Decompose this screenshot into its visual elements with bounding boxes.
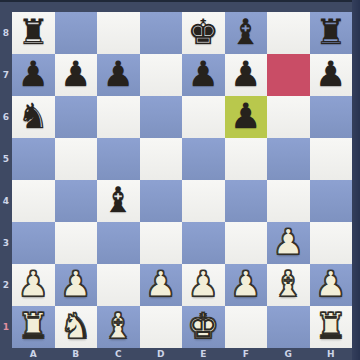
square-f1[interactable] <box>225 306 268 348</box>
square-a7[interactable]: ♟ <box>12 54 55 96</box>
square-h8[interactable]: ♜ <box>310 12 353 54</box>
piece-black-bishop[interactable]: ♝ <box>103 183 134 218</box>
file-label-e: E <box>182 348 225 360</box>
square-b2[interactable]: ♟ <box>55 264 98 306</box>
chess-board[interactable]: ♜♚♝♜♟♟♟♟♟♟♞♟♝♟♟♟♟♟♟♝♟♜♞♝♚♜ <box>12 12 352 348</box>
piece-white-rook[interactable]: ♜ <box>18 309 49 344</box>
rank-label-2: 2 <box>0 264 12 306</box>
square-e5[interactable] <box>182 138 225 180</box>
square-e8[interactable]: ♚ <box>182 12 225 54</box>
rank-label-4: 4 <box>0 180 12 222</box>
piece-white-king[interactable]: ♚ <box>188 309 219 344</box>
square-h4[interactable] <box>310 180 353 222</box>
square-a8[interactable]: ♜ <box>12 12 55 54</box>
square-c6[interactable] <box>97 96 140 138</box>
square-c2[interactable] <box>97 264 140 306</box>
square-g7[interactable] <box>267 54 310 96</box>
square-d2[interactable]: ♟ <box>140 264 183 306</box>
square-b7[interactable]: ♟ <box>55 54 98 96</box>
piece-white-knight[interactable]: ♞ <box>60 309 91 344</box>
square-d4[interactable] <box>140 180 183 222</box>
square-f3[interactable] <box>225 222 268 264</box>
piece-black-knight[interactable]: ♞ <box>18 99 49 134</box>
rank-label-7: 7 <box>0 54 12 96</box>
square-e2[interactable]: ♟ <box>182 264 225 306</box>
square-f6[interactable]: ♟ <box>225 96 268 138</box>
square-g4[interactable] <box>267 180 310 222</box>
piece-black-pawn[interactable]: ♟ <box>230 99 261 134</box>
frame-right-edge <box>352 0 360 360</box>
square-h6[interactable] <box>310 96 353 138</box>
square-g5[interactable] <box>267 138 310 180</box>
square-f8[interactable]: ♝ <box>225 12 268 54</box>
square-d1[interactable] <box>140 306 183 348</box>
square-b1[interactable]: ♞ <box>55 306 98 348</box>
piece-black-rook[interactable]: ♜ <box>315 15 346 50</box>
rank-labels: 87654321 <box>0 12 12 348</box>
square-h7[interactable]: ♟ <box>310 54 353 96</box>
square-b5[interactable] <box>55 138 98 180</box>
piece-white-pawn[interactable]: ♟ <box>18 267 49 302</box>
piece-black-king[interactable]: ♚ <box>188 15 219 50</box>
square-a6[interactable]: ♞ <box>12 96 55 138</box>
square-d5[interactable] <box>140 138 183 180</box>
square-c8[interactable] <box>97 12 140 54</box>
square-e4[interactable] <box>182 180 225 222</box>
piece-black-bishop[interactable]: ♝ <box>230 15 261 50</box>
square-h2[interactable]: ♟ <box>310 264 353 306</box>
rank-label-6: 6 <box>0 96 12 138</box>
piece-white-pawn[interactable]: ♟ <box>315 267 346 302</box>
piece-black-pawn[interactable]: ♟ <box>60 57 91 92</box>
square-f4[interactable] <box>225 180 268 222</box>
square-a5[interactable] <box>12 138 55 180</box>
square-e3[interactable] <box>182 222 225 264</box>
square-g6[interactable] <box>267 96 310 138</box>
rank-label-8: 8 <box>0 12 12 54</box>
square-b3[interactable] <box>55 222 98 264</box>
piece-white-bishop[interactable]: ♝ <box>273 267 304 302</box>
frame-top-edge <box>0 0 360 2</box>
piece-white-pawn[interactable]: ♟ <box>230 267 261 302</box>
square-g8[interactable] <box>267 12 310 54</box>
square-a1[interactable]: ♜ <box>12 306 55 348</box>
square-f5[interactable] <box>225 138 268 180</box>
square-g3[interactable]: ♟ <box>267 222 310 264</box>
piece-white-pawn[interactable]: ♟ <box>145 267 176 302</box>
file-labels: ABCDEFGH <box>12 348 352 360</box>
square-a4[interactable] <box>12 180 55 222</box>
square-c3[interactable] <box>97 222 140 264</box>
square-e1[interactable]: ♚ <box>182 306 225 348</box>
square-c7[interactable]: ♟ <box>97 54 140 96</box>
square-c1[interactable]: ♝ <box>97 306 140 348</box>
square-h1[interactable]: ♜ <box>310 306 353 348</box>
file-label-h: H <box>310 348 353 360</box>
piece-black-pawn[interactable]: ♟ <box>315 57 346 92</box>
piece-white-pawn[interactable]: ♟ <box>60 267 91 302</box>
piece-white-rook[interactable]: ♜ <box>315 309 346 344</box>
piece-white-pawn[interactable]: ♟ <box>273 225 304 260</box>
piece-white-pawn[interactable]: ♟ <box>188 267 219 302</box>
chess-board-frame: 87654321 ♜♚♝♜♟♟♟♟♟♟♞♟♝♟♟♟♟♟♟♝♟♜♞♝♚♜ ABCD… <box>0 0 360 360</box>
square-b8[interactable] <box>55 12 98 54</box>
rank-label-1: 1 <box>0 306 12 348</box>
square-f2[interactable]: ♟ <box>225 264 268 306</box>
square-c5[interactable] <box>97 138 140 180</box>
piece-black-pawn[interactable]: ♟ <box>188 57 219 92</box>
rank-label-3: 3 <box>0 222 12 264</box>
square-b4[interactable] <box>55 180 98 222</box>
file-label-a: A <box>12 348 55 360</box>
rank-label-5: 5 <box>0 138 12 180</box>
square-a2[interactable]: ♟ <box>12 264 55 306</box>
square-a3[interactable] <box>12 222 55 264</box>
square-b6[interactable] <box>55 96 98 138</box>
square-d7[interactable] <box>140 54 183 96</box>
file-label-d: D <box>140 348 183 360</box>
square-c4[interactable]: ♝ <box>97 180 140 222</box>
square-h5[interactable] <box>310 138 353 180</box>
file-label-c: C <box>97 348 140 360</box>
piece-black-rook[interactable]: ♜ <box>18 15 49 50</box>
square-d6[interactable] <box>140 96 183 138</box>
piece-black-pawn[interactable]: ♟ <box>18 57 49 92</box>
piece-white-bishop[interactable]: ♝ <box>103 309 134 344</box>
piece-black-pawn[interactable]: ♟ <box>103 57 134 92</box>
square-e7[interactable]: ♟ <box>182 54 225 96</box>
square-d8[interactable] <box>140 12 183 54</box>
file-label-b: B <box>55 348 98 360</box>
file-label-f: F <box>225 348 268 360</box>
file-label-g: G <box>267 348 310 360</box>
square-h3[interactable] <box>310 222 353 264</box>
square-e6[interactable] <box>182 96 225 138</box>
piece-black-pawn[interactable]: ♟ <box>230 57 261 92</box>
square-g1[interactable] <box>267 306 310 348</box>
square-f7[interactable]: ♟ <box>225 54 268 96</box>
square-d3[interactable] <box>140 222 183 264</box>
square-g2[interactable]: ♝ <box>267 264 310 306</box>
